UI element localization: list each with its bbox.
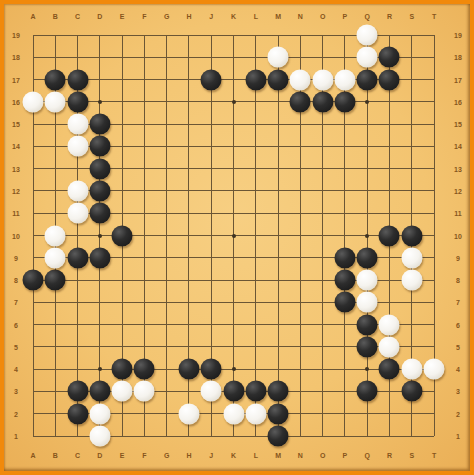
coord-label-right-8: 8 [456,277,460,284]
stone-black-R10[interactable] [379,225,400,246]
coord-label-top-N: N [298,13,303,20]
star-point-K10 [232,234,236,238]
star-point-D16 [98,100,102,104]
coord-label-right-2: 2 [456,410,460,417]
stone-white-S8[interactable] [401,270,422,291]
stone-white-F3[interactable] [134,381,155,402]
stone-black-D14[interactable] [89,136,110,157]
stone-white-H2[interactable] [178,403,199,424]
stone-black-H4[interactable] [178,359,199,380]
stone-white-B16[interactable] [45,91,66,112]
stone-black-C17[interactable] [67,69,88,90]
stone-white-O17[interactable] [312,69,333,90]
coord-label-bottom-F: F [142,452,146,459]
coord-label-bottom-L: L [254,452,258,459]
stone-black-D9[interactable] [89,247,110,268]
coord-label-left-1: 1 [14,433,18,440]
stone-white-C14[interactable] [67,136,88,157]
coord-label-bottom-A: A [30,452,35,459]
stone-black-S10[interactable] [401,225,422,246]
coord-label-bottom-O: O [320,452,325,459]
stone-white-Q19[interactable] [357,25,378,46]
coord-label-top-O: O [320,13,325,20]
star-point-Q4 [365,367,369,371]
coord-label-bottom-S: S [409,452,414,459]
coord-label-left-5: 5 [14,343,18,350]
stone-white-D1[interactable] [89,426,110,447]
coord-label-left-9: 9 [14,254,18,261]
coord-label-bottom-N: N [298,452,303,459]
stone-black-M2[interactable] [268,403,289,424]
stone-white-L2[interactable] [245,403,266,424]
go-board[interactable]: AABBCCDDEEFFGGHHJJKKLLMMNNOOPPQQRRSSTT19… [4,4,470,471]
stone-black-F4[interactable] [134,359,155,380]
stone-black-P16[interactable] [334,91,355,112]
coord-label-top-R: R [387,13,392,20]
stone-black-J17[interactable] [201,69,222,90]
stone-black-R4[interactable] [379,359,400,380]
stone-black-L3[interactable] [245,381,266,402]
coord-label-right-6: 6 [456,321,460,328]
board-frame: AABBCCDDEEFFGGHHJJKKLLMMNNOOPPQQRRSSTT19… [0,0,474,475]
stone-white-Q8[interactable] [357,270,378,291]
stone-black-P7[interactable] [334,292,355,313]
coord-label-right-3: 3 [456,388,460,395]
coord-label-left-15: 15 [12,121,20,128]
stone-black-Q3[interactable] [357,381,378,402]
coord-label-bottom-P: P [343,452,348,459]
coord-label-left-2: 2 [14,410,18,417]
coord-label-top-K: K [231,13,236,20]
stone-white-S4[interactable] [401,359,422,380]
stone-black-B17[interactable] [45,69,66,90]
stone-black-D3[interactable] [89,381,110,402]
stone-black-J4[interactable] [201,359,222,380]
coord-label-top-D: D [97,13,102,20]
coord-label-right-19: 19 [454,32,462,39]
coord-label-bottom-G: G [164,452,169,459]
coord-label-left-19: 19 [12,32,20,39]
stone-white-J3[interactable] [201,381,222,402]
coord-label-right-7: 7 [456,299,460,306]
stone-black-D15[interactable] [89,114,110,135]
stone-black-D11[interactable] [89,203,110,224]
coord-label-top-G: G [164,13,169,20]
stone-black-R18[interactable] [379,47,400,68]
coord-label-left-18: 18 [12,54,20,61]
stone-black-L17[interactable] [245,69,266,90]
coord-label-right-16: 16 [454,98,462,105]
coord-label-left-7: 7 [14,299,18,306]
coord-label-left-8: 8 [14,277,18,284]
star-point-D10 [98,234,102,238]
star-point-Q16 [365,100,369,104]
stone-black-B8[interactable] [45,270,66,291]
stone-white-S9[interactable] [401,247,422,268]
stone-white-K2[interactable] [223,403,244,424]
stone-black-P9[interactable] [334,247,355,268]
star-point-D4 [98,367,102,371]
coord-label-right-5: 5 [456,343,460,350]
coord-label-top-M: M [275,13,281,20]
coord-label-bottom-R: R [387,452,392,459]
coord-label-left-12: 12 [12,187,20,194]
stone-white-B9[interactable] [45,247,66,268]
coord-label-bottom-B: B [53,452,58,459]
coord-label-top-T: T [432,13,436,20]
coord-label-bottom-D: D [97,452,102,459]
stone-white-Q7[interactable] [357,292,378,313]
stone-white-D2[interactable] [89,403,110,424]
stone-black-A8[interactable] [23,270,44,291]
stone-black-M1[interactable] [268,426,289,447]
stone-black-K3[interactable] [223,381,244,402]
stone-black-R17[interactable] [379,69,400,90]
coord-label-top-A: A [30,13,35,20]
coord-label-bottom-T: T [432,452,436,459]
stone-white-P17[interactable] [334,69,355,90]
coord-label-right-17: 17 [454,76,462,83]
coord-label-bottom-E: E [120,452,125,459]
stone-white-C15[interactable] [67,114,88,135]
coord-label-left-6: 6 [14,321,18,328]
coord-label-bottom-M: M [275,452,281,459]
grid-line-vertical [255,35,256,436]
coord-label-left-4: 4 [14,366,18,373]
coord-label-right-4: 4 [456,366,460,373]
coord-label-top-P: P [343,13,348,20]
coord-label-bottom-J: J [209,452,213,459]
stone-white-E3[interactable] [112,381,133,402]
stone-black-E10[interactable] [112,225,133,246]
stone-black-O16[interactable] [312,91,333,112]
stone-black-Q5[interactable] [357,336,378,357]
stone-white-R5[interactable] [379,336,400,357]
coord-label-top-E: E [120,13,125,20]
star-point-Q10 [365,234,369,238]
stone-white-C12[interactable] [67,180,88,201]
coord-label-right-10: 10 [454,232,462,239]
stone-white-B10[interactable] [45,225,66,246]
coord-label-left-14: 14 [12,143,20,150]
stone-black-D13[interactable] [89,158,110,179]
coord-label-right-18: 18 [454,54,462,61]
coord-label-top-H: H [186,13,191,20]
coord-label-right-11: 11 [454,210,461,217]
stone-white-R6[interactable] [379,314,400,335]
coord-label-bottom-Q: Q [364,452,369,459]
star-point-K16 [232,100,236,104]
coord-label-right-15: 15 [454,121,462,128]
coord-label-right-1: 1 [456,433,460,440]
stone-black-C3[interactable] [67,381,88,402]
coord-label-top-Q: Q [364,13,369,20]
stone-white-T4[interactable] [424,359,445,380]
coord-label-left-11: 11 [12,210,19,217]
coord-label-top-B: B [53,13,58,20]
stone-black-P8[interactable] [334,270,355,291]
coord-label-right-14: 14 [454,143,462,150]
coord-label-left-17: 17 [12,76,20,83]
stone-black-Q6[interactable] [357,314,378,335]
coord-label-top-S: S [409,13,414,20]
star-point-K4 [232,367,236,371]
coord-label-bottom-C: C [75,452,80,459]
stone-black-M17[interactable] [268,69,289,90]
coord-label-right-13: 13 [454,165,462,172]
grid-line-vertical [278,35,279,436]
stone-black-Q17[interactable] [357,69,378,90]
coord-label-bottom-H: H [186,452,191,459]
stone-black-N16[interactable] [290,91,311,112]
coord-label-top-J: J [209,13,213,20]
coord-label-right-12: 12 [454,187,462,194]
stone-black-C9[interactable] [67,247,88,268]
stone-black-C2[interactable] [67,403,88,424]
stone-white-C11[interactable] [67,203,88,224]
coord-label-top-L: L [254,13,258,20]
coord-label-left-10: 10 [12,232,20,239]
stone-black-M3[interactable] [268,381,289,402]
coord-label-left-16: 16 [12,98,20,105]
coord-label-top-C: C [75,13,80,20]
stone-white-M18[interactable] [268,47,289,68]
stone-black-C16[interactable] [67,91,88,112]
stone-black-E4[interactable] [112,359,133,380]
stone-white-N17[interactable] [290,69,311,90]
coord-label-left-3: 3 [14,388,18,395]
stone-black-S3[interactable] [401,381,422,402]
coord-label-bottom-K: K [231,452,236,459]
coord-label-top-F: F [142,13,146,20]
coord-label-right-9: 9 [456,254,460,261]
stone-black-Q9[interactable] [357,247,378,268]
coord-label-left-13: 13 [12,165,20,172]
stone-black-D12[interactable] [89,180,110,201]
stone-white-A16[interactable] [23,91,44,112]
stone-white-Q18[interactable] [357,47,378,68]
